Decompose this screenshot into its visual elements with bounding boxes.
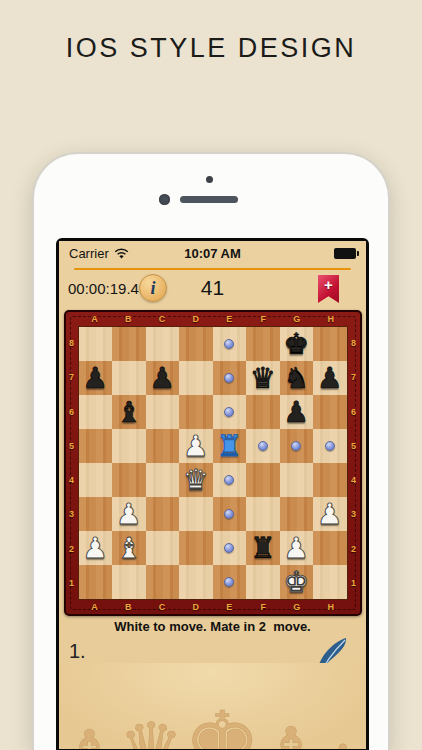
square-c7[interactable]: ♟ xyxy=(146,361,180,395)
piece-white-pawn[interactable]: ♟ xyxy=(82,534,108,563)
square-g2[interactable]: ♟ xyxy=(280,531,314,565)
square-b1[interactable] xyxy=(112,565,146,599)
square-c3[interactable] xyxy=(146,497,180,531)
file-label-d: D xyxy=(179,600,213,614)
square-h2[interactable] xyxy=(313,531,347,565)
rank-label-4: 4 xyxy=(348,463,360,497)
chess-board: ABCDEFGH ABCDEFGH 87654321 87654321 ♚♟♟♛… xyxy=(64,310,362,616)
piece-black-pawn[interactable]: ♟ xyxy=(317,364,343,393)
square-g8[interactable]: ♚ xyxy=(280,327,314,361)
square-a5[interactable] xyxy=(79,429,113,463)
square-f7[interactable]: ♛ xyxy=(246,361,280,395)
square-a7[interactable]: ♟ xyxy=(79,361,113,395)
square-c4[interactable] xyxy=(146,463,180,497)
square-b8[interactable] xyxy=(112,327,146,361)
decor-piece: ♞ xyxy=(59,727,60,749)
puzzle-instruction: White to move. Mate in 2 move. xyxy=(59,619,366,634)
legal-move-dot-h5[interactable] xyxy=(325,441,335,451)
rank-labels-left: 87654321 xyxy=(66,326,78,600)
square-e4[interactable] xyxy=(213,463,247,497)
file-label-b: B xyxy=(111,600,145,614)
square-c8[interactable] xyxy=(146,327,180,361)
chess-app: Carrier 10:07 AM 00:00:19.4 i 41 + ABCDE… xyxy=(59,241,366,749)
rank-label-1: 1 xyxy=(66,566,78,600)
piece-black-queen[interactable]: ♛ xyxy=(250,364,276,393)
rank-label-7: 7 xyxy=(348,360,360,394)
rank-label-5: 5 xyxy=(348,429,360,463)
square-f1[interactable] xyxy=(246,565,280,599)
page-title: IOS STYLE DESIGN xyxy=(0,33,422,64)
square-d5[interactable]: ♟ xyxy=(179,429,213,463)
square-g3[interactable] xyxy=(280,497,314,531)
chess-set-photo: ♜♞♝♛♚♝♟♞♜ xyxy=(59,663,366,749)
decorative-pieces-row: ♜♞♝♛♚♝♟♞♜ xyxy=(59,700,366,749)
board-grid: ♚♟♟♛♞♟♝♟♟♜♛♟♟♟♝♜♟♚ xyxy=(78,326,348,600)
toolbar: 00:00:19.4 i 41 + xyxy=(59,270,366,308)
rank-label-3: 3 xyxy=(348,497,360,531)
square-c1[interactable] xyxy=(146,565,180,599)
legal-move-dot-e8[interactable] xyxy=(224,339,234,349)
front-camera xyxy=(159,194,170,205)
battery-icon xyxy=(334,248,356,259)
rank-label-7: 7 xyxy=(66,360,78,394)
square-h4[interactable] xyxy=(313,463,347,497)
square-f4[interactable] xyxy=(246,463,280,497)
rank-label-6: 6 xyxy=(66,395,78,429)
square-g6[interactable]: ♟ xyxy=(280,395,314,429)
file-label-a: A xyxy=(78,600,112,614)
square-c5[interactable] xyxy=(146,429,180,463)
piece-white-pawn[interactable]: ♟ xyxy=(317,500,343,529)
square-a4[interactable] xyxy=(79,463,113,497)
file-labels-bottom: ABCDEFGH xyxy=(78,600,348,614)
square-b2[interactable]: ♝ xyxy=(112,531,146,565)
square-d3[interactable] xyxy=(179,497,213,531)
square-a8[interactable] xyxy=(79,327,113,361)
square-e1[interactable] xyxy=(213,565,247,599)
square-g4[interactable] xyxy=(280,463,314,497)
legal-move-dot-e2[interactable] xyxy=(224,543,234,553)
file-label-h: H xyxy=(314,600,348,614)
rank-label-4: 4 xyxy=(66,463,78,497)
square-a3[interactable] xyxy=(79,497,113,531)
square-b6[interactable]: ♝ xyxy=(112,395,146,429)
square-f2[interactable]: ♜ xyxy=(246,531,280,565)
square-d8[interactable] xyxy=(179,327,213,361)
square-d2[interactable] xyxy=(179,531,213,565)
legal-move-dot-e4[interactable] xyxy=(224,475,234,485)
status-bar: Carrier 10:07 AM xyxy=(59,241,366,265)
legal-move-dot-e3[interactable] xyxy=(224,509,234,519)
clock: 10:07 AM xyxy=(59,246,366,261)
rank-label-2: 2 xyxy=(66,532,78,566)
file-label-e: E xyxy=(213,600,247,614)
file-label-b: B xyxy=(111,312,145,326)
piece-black-rook[interactable]: ♜ xyxy=(250,534,276,563)
rank-label-6: 6 xyxy=(348,395,360,429)
earpiece-speaker xyxy=(180,196,238,203)
piece-white-pawn[interactable]: ♟ xyxy=(183,432,209,461)
square-g7[interactable]: ♞ xyxy=(280,361,314,395)
decor-piece: ♚ xyxy=(184,700,260,749)
file-labels-top: ABCDEFGH xyxy=(78,312,348,326)
square-f8[interactable] xyxy=(246,327,280,361)
square-a6[interactable] xyxy=(79,395,113,429)
square-c6[interactable] xyxy=(146,395,180,429)
square-c2[interactable] xyxy=(146,531,180,565)
piece-black-pawn[interactable]: ♟ xyxy=(283,398,309,427)
legal-move-dot-e7[interactable] xyxy=(224,373,234,383)
file-label-c: C xyxy=(145,312,179,326)
legal-move-dot-f5[interactable] xyxy=(258,441,268,451)
decor-piece: ♝ xyxy=(261,719,320,749)
piece-white-rook-selected[interactable]: ♜ xyxy=(216,432,242,461)
file-label-a: A xyxy=(78,312,112,326)
file-label-f: F xyxy=(246,312,280,326)
square-h7[interactable]: ♟ xyxy=(313,361,347,395)
square-a1[interactable] xyxy=(79,565,113,599)
piece-white-pawn[interactable]: ♟ xyxy=(116,500,142,529)
rank-label-1: 1 xyxy=(348,566,360,600)
decor-piece: ♝ xyxy=(61,722,117,749)
decor-piece: ♟ xyxy=(322,738,364,749)
square-b7[interactable] xyxy=(112,361,146,395)
square-e7[interactable] xyxy=(213,361,247,395)
square-e2[interactable] xyxy=(213,531,247,565)
rank-label-8: 8 xyxy=(66,326,78,360)
square-h3[interactable]: ♟ xyxy=(313,497,347,531)
rank-label-2: 2 xyxy=(348,532,360,566)
square-b4[interactable] xyxy=(112,463,146,497)
sensor-dot xyxy=(206,176,213,183)
square-e3[interactable] xyxy=(213,497,247,531)
rank-label-8: 8 xyxy=(348,326,360,360)
iphone-mockup: Carrier 10:07 AM 00:00:19.4 i 41 + ABCDE… xyxy=(32,152,390,750)
square-d7[interactable] xyxy=(179,361,213,395)
file-label-h: H xyxy=(314,312,348,326)
decor-piece: ♛ xyxy=(119,713,184,749)
rank-label-5: 5 xyxy=(66,429,78,463)
legal-move-dot-e6[interactable] xyxy=(224,407,234,417)
piece-black-knight[interactable]: ♞ xyxy=(283,364,309,393)
legal-move-dot-g5[interactable] xyxy=(291,441,301,451)
piece-black-pawn[interactable]: ♟ xyxy=(82,364,108,393)
square-h6[interactable] xyxy=(313,395,347,429)
square-e8[interactable] xyxy=(213,327,247,361)
rank-labels-right: 87654321 xyxy=(348,326,360,600)
square-d4[interactable]: ♛ xyxy=(179,463,213,497)
file-label-f: F xyxy=(246,600,280,614)
piece-white-king[interactable]: ♚ xyxy=(283,568,309,597)
legal-move-dot-e1[interactable] xyxy=(224,577,234,587)
file-label-d: D xyxy=(179,312,213,326)
square-e5[interactable]: ♜ xyxy=(213,429,247,463)
square-g1[interactable]: ♚ xyxy=(280,565,314,599)
square-e6[interactable] xyxy=(213,395,247,429)
square-b5[interactable] xyxy=(112,429,146,463)
piece-black-pawn[interactable]: ♟ xyxy=(149,364,175,393)
file-label-c: C xyxy=(145,600,179,614)
square-h1[interactable] xyxy=(313,565,347,599)
piece-white-queen[interactable]: ♛ xyxy=(183,466,209,495)
piece-black-king[interactable]: ♚ xyxy=(283,330,309,359)
square-h8[interactable] xyxy=(313,327,347,361)
square-a2[interactable]: ♟ xyxy=(79,531,113,565)
file-label-e: E xyxy=(213,312,247,326)
phone-screen: Carrier 10:07 AM 00:00:19.4 i 41 + ABCDE… xyxy=(56,238,369,750)
square-f6[interactable] xyxy=(246,395,280,429)
rank-label-3: 3 xyxy=(66,497,78,531)
square-f3[interactable] xyxy=(246,497,280,531)
square-f5[interactable] xyxy=(246,429,280,463)
square-b3[interactable]: ♟ xyxy=(112,497,146,531)
piece-white-bishop[interactable]: ♝ xyxy=(116,534,142,563)
square-d6[interactable] xyxy=(179,395,213,429)
square-g5[interactable] xyxy=(280,429,314,463)
square-h5[interactable] xyxy=(313,429,347,463)
square-d1[interactable] xyxy=(179,565,213,599)
decor-piece: ♞ xyxy=(365,727,366,749)
piece-black-bishop[interactable]: ♝ xyxy=(116,398,142,427)
piece-white-pawn[interactable]: ♟ xyxy=(283,534,309,563)
file-label-g: G xyxy=(280,600,314,614)
file-label-g: G xyxy=(280,312,314,326)
